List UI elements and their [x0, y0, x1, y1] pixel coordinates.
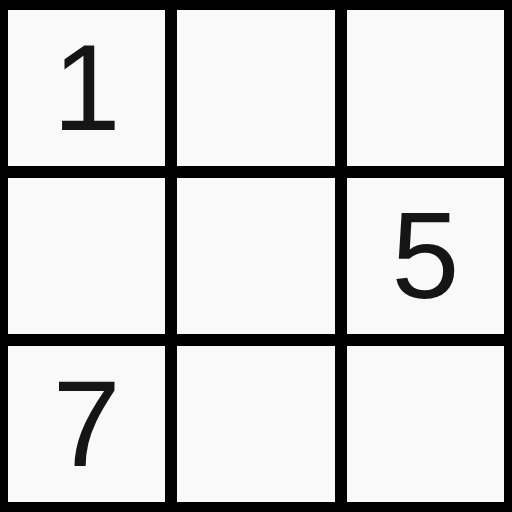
cell-r2c3[interactable]: 5	[347, 178, 504, 334]
cell-r2c2[interactable]	[177, 178, 334, 334]
cell-r1c2[interactable]	[177, 10, 334, 166]
cell-r3c1[interactable]: 7	[8, 346, 165, 502]
cell-r1c1[interactable]: 1	[8, 10, 165, 166]
cell-r3c3[interactable]	[347, 346, 504, 502]
cell-r3c2[interactable]	[177, 346, 334, 502]
cell-r2c1[interactable]	[8, 178, 165, 334]
puzzle-board: 1 5 7	[0, 0, 512, 512]
cell-r1c3[interactable]	[347, 10, 504, 166]
